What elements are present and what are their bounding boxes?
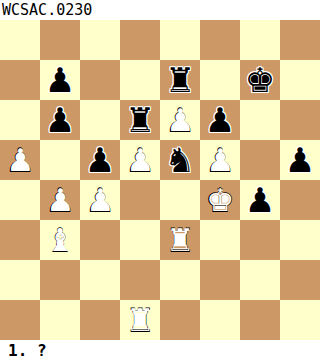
square-d1[interactable]: ♜♖ <box>120 300 160 340</box>
square-e3[interactable]: ♜♖ <box>160 220 200 260</box>
black-knight: ♞ <box>160 140 200 180</box>
white-pawn: ♟♙ <box>80 180 120 220</box>
square-f3[interactable] <box>200 220 240 260</box>
white-king: ♚♔ <box>200 180 240 220</box>
white-pawn: ♟♙ <box>40 180 80 220</box>
square-b2[interactable] <box>40 260 80 300</box>
chess-puzzle-app: WCSAC.0230 ♟♜♚♟♜♟♙♟♟♙♟♟♙♞♟♙♟♟♙♟♙♚♔♟♝♗♜♖♜… <box>0 0 320 360</box>
square-e4[interactable] <box>160 180 200 220</box>
square-g1[interactable] <box>240 300 280 340</box>
square-f1[interactable] <box>200 300 240 340</box>
black-pawn: ♟ <box>40 60 80 100</box>
white-pawn: ♟♙ <box>0 140 40 180</box>
black-rook: ♜ <box>160 60 200 100</box>
square-f2[interactable] <box>200 260 240 300</box>
black-pawn: ♟ <box>240 180 280 220</box>
square-a2[interactable] <box>0 260 40 300</box>
square-g7[interactable]: ♚ <box>240 60 280 100</box>
square-h1[interactable] <box>280 300 320 340</box>
square-d6[interactable]: ♜ <box>120 100 160 140</box>
chess-board: ♟♜♚♟♜♟♙♟♟♙♟♟♙♞♟♙♟♟♙♟♙♚♔♟♝♗♜♖♜♖ <box>0 20 320 340</box>
square-e6[interactable]: ♟♙ <box>160 100 200 140</box>
white-pawn: ♟♙ <box>160 100 200 140</box>
black-king: ♚ <box>240 60 280 100</box>
square-a8[interactable] <box>0 20 40 60</box>
square-f6[interactable]: ♟ <box>200 100 240 140</box>
square-b6[interactable]: ♟ <box>40 100 80 140</box>
square-h2[interactable] <box>280 260 320 300</box>
black-pawn: ♟ <box>200 100 240 140</box>
square-h5[interactable]: ♟ <box>280 140 320 180</box>
black-pawn: ♟ <box>40 100 80 140</box>
white-rook: ♜♖ <box>120 300 160 340</box>
black-rook: ♜ <box>120 100 160 140</box>
square-a5[interactable]: ♟♙ <box>0 140 40 180</box>
square-b7[interactable]: ♟ <box>40 60 80 100</box>
square-c5[interactable]: ♟ <box>80 140 120 180</box>
square-d7[interactable] <box>120 60 160 100</box>
square-h8[interactable] <box>280 20 320 60</box>
square-c4[interactable]: ♟♙ <box>80 180 120 220</box>
square-f7[interactable] <box>200 60 240 100</box>
square-g4[interactable]: ♟ <box>240 180 280 220</box>
square-b8[interactable] <box>40 20 80 60</box>
white-pawn: ♟♙ <box>200 140 240 180</box>
puzzle-title: WCSAC.0230 <box>0 0 320 20</box>
white-rook: ♜♖ <box>160 220 200 260</box>
square-a7[interactable] <box>0 60 40 100</box>
square-d8[interactable] <box>120 20 160 60</box>
square-b4[interactable]: ♟♙ <box>40 180 80 220</box>
square-e1[interactable] <box>160 300 200 340</box>
move-prompt: 1. ? <box>0 340 320 360</box>
white-bishop: ♝♗ <box>40 220 80 260</box>
square-f5[interactable]: ♟♙ <box>200 140 240 180</box>
square-d3[interactable] <box>120 220 160 260</box>
square-a3[interactable] <box>0 220 40 260</box>
square-e7[interactable]: ♜ <box>160 60 200 100</box>
square-c1[interactable] <box>80 300 120 340</box>
square-c2[interactable] <box>80 260 120 300</box>
square-h6[interactable] <box>280 100 320 140</box>
black-pawn: ♟ <box>280 140 320 180</box>
square-b1[interactable] <box>40 300 80 340</box>
square-h7[interactable] <box>280 60 320 100</box>
square-d4[interactable] <box>120 180 160 220</box>
square-g3[interactable] <box>240 220 280 260</box>
square-e8[interactable] <box>160 20 200 60</box>
square-g5[interactable] <box>240 140 280 180</box>
square-a1[interactable] <box>0 300 40 340</box>
square-d5[interactable]: ♟♙ <box>120 140 160 180</box>
square-g8[interactable] <box>240 20 280 60</box>
square-e5[interactable]: ♞ <box>160 140 200 180</box>
square-h3[interactable] <box>280 220 320 260</box>
square-c7[interactable] <box>80 60 120 100</box>
square-f8[interactable] <box>200 20 240 60</box>
square-g2[interactable] <box>240 260 280 300</box>
square-a6[interactable] <box>0 100 40 140</box>
square-c3[interactable] <box>80 220 120 260</box>
square-c6[interactable] <box>80 100 120 140</box>
square-c8[interactable] <box>80 20 120 60</box>
square-h4[interactable] <box>280 180 320 220</box>
square-f4[interactable]: ♚♔ <box>200 180 240 220</box>
white-pawn: ♟♙ <box>120 140 160 180</box>
square-b5[interactable] <box>40 140 80 180</box>
square-g6[interactable] <box>240 100 280 140</box>
black-pawn: ♟ <box>80 140 120 180</box>
square-a4[interactable] <box>0 180 40 220</box>
square-d2[interactable] <box>120 260 160 300</box>
square-e2[interactable] <box>160 260 200 300</box>
square-b3[interactable]: ♝♗ <box>40 220 80 260</box>
